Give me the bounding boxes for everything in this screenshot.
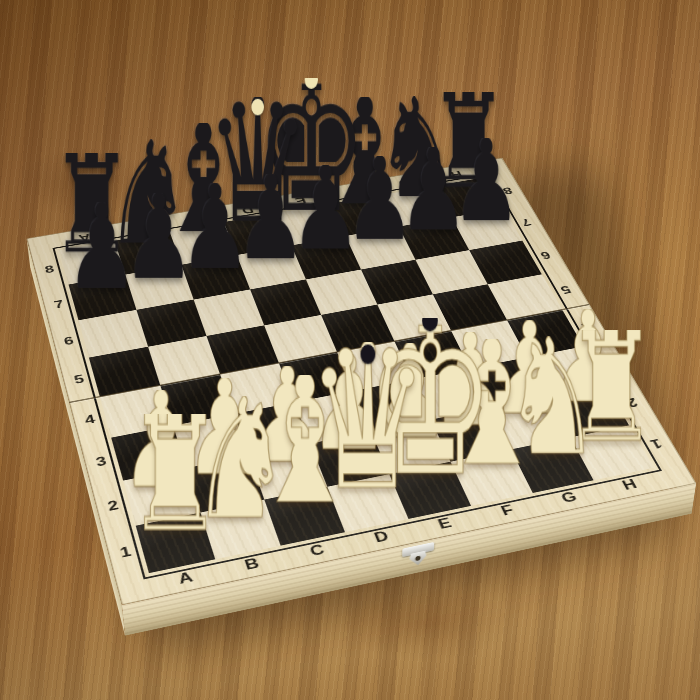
square-d3	[294, 391, 371, 444]
file-label-f-bottom: F	[492, 501, 522, 521]
board-face: AABBCCDDEEFFGGHH1122334455667788	[27, 158, 697, 605]
square-c3	[234, 402, 310, 455]
square-a4	[100, 385, 173, 437]
square-a2	[123, 468, 200, 526]
file-label-a-top: A	[73, 230, 97, 244]
rank-label-2-left: 2	[99, 496, 127, 516]
square-a5	[89, 347, 160, 397]
square-b1	[200, 500, 280, 560]
rank-label-4-right: 4	[573, 317, 600, 333]
file-label-b-top: B	[128, 221, 152, 235]
square-e1	[389, 462, 471, 519]
square-d4	[279, 352, 354, 402]
rank-label-1-right: 1	[641, 434, 671, 453]
rank-label-3-left: 3	[88, 453, 115, 472]
clasp	[400, 541, 437, 575]
rank-label-3-right: 3	[595, 354, 623, 371]
rank-label-7-left: 7	[47, 297, 71, 313]
file-label-h-top: H	[444, 167, 468, 180]
file-label-d-top: D	[236, 203, 260, 217]
square-g1	[511, 437, 594, 493]
rank-label-7-right: 7	[513, 215, 538, 229]
rank-label-1-left: 1	[111, 542, 140, 563]
square-b3	[173, 414, 249, 468]
square-e2	[371, 420, 450, 475]
square-a1	[136, 513, 216, 574]
rank-label-6-left: 6	[56, 333, 81, 349]
file-label-c-top: C	[182, 212, 206, 226]
perspective-scene: AABBCCDDEEFFGGHH1122334455667788 ♜♞♝♛♚♝♞…	[0, 0, 700, 700]
rank-label-8-left: 8	[38, 262, 62, 277]
square-h2	[548, 385, 629, 437]
file-label-g-bottom: G	[554, 488, 584, 508]
square-b2	[186, 456, 264, 513]
rank-label-5-left: 5	[66, 371, 92, 388]
square-a3	[111, 426, 186, 481]
square-b4	[160, 374, 234, 426]
rank-label-6-right: 6	[532, 248, 558, 263]
square-c2	[249, 444, 327, 500]
file-label-h-bottom: H	[615, 475, 645, 494]
black-queen-finial-icon	[251, 99, 264, 116]
photo-scene: AABBCCDDEEFFGGHH1122334455667788 ♜♞♝♛♚♝♞…	[0, 0, 700, 700]
file-label-c-bottom: C	[303, 540, 333, 561]
square-c1	[264, 487, 345, 546]
square-d2	[310, 431, 389, 486]
file-label-e-top: E	[289, 194, 313, 208]
file-label-d-bottom: D	[367, 527, 397, 548]
square-f2	[431, 408, 511, 462]
rank-label-4-left: 4	[77, 411, 103, 429]
file-label-f-top: F	[341, 185, 365, 199]
square-h3	[527, 346, 606, 396]
black-king-finial-icon	[304, 71, 318, 89]
file-label-b-bottom: B	[237, 554, 266, 575]
file-label-g-top: G	[393, 176, 417, 189]
square-f3	[412, 368, 490, 419]
rank-label-2-right: 2	[617, 393, 646, 411]
square-h1	[570, 425, 653, 480]
file-label-a-bottom: A	[171, 568, 200, 589]
rank-label-8-right: 8	[495, 184, 520, 198]
chess-board: AABBCCDDEEFFGGHH1122334455667788 ♜♞♝♛♚♝♞…	[27, 158, 697, 605]
square-c4	[220, 363, 294, 414]
square-d1	[327, 474, 408, 532]
square-f1	[450, 449, 532, 505]
square-g2	[490, 396, 570, 449]
square-g3	[470, 357, 548, 408]
square-e3	[354, 380, 431, 432]
file-label-e-bottom: E	[430, 514, 460, 534]
rank-label-5-right: 5	[552, 282, 579, 297]
